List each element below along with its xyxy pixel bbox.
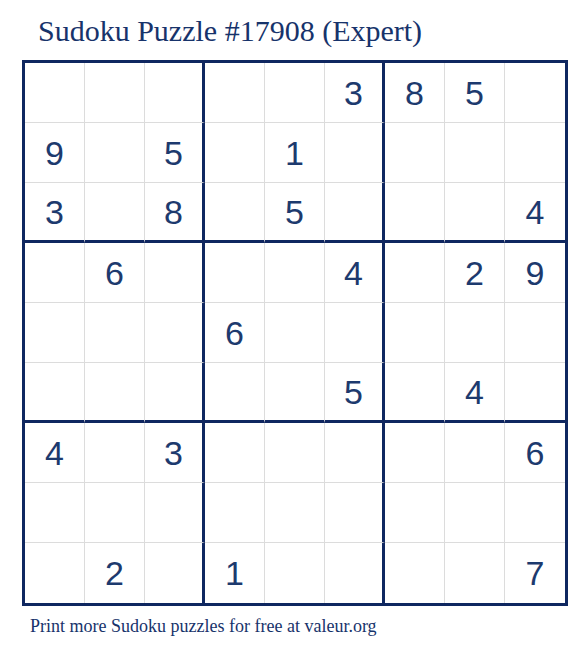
cell-r1c5 [265, 63, 325, 123]
cell-r1c3 [145, 63, 205, 123]
cell-r3c9: 4 [505, 183, 565, 243]
cell-r7c3: 3 [145, 423, 205, 483]
cell-r7c4 [205, 423, 265, 483]
cell-r7c9: 6 [505, 423, 565, 483]
cell-r4c9: 9 [505, 243, 565, 303]
cell-r9c6 [325, 543, 385, 603]
cell-r3c5: 5 [265, 183, 325, 243]
cell-r8c5 [265, 483, 325, 543]
cell-r1c4 [205, 63, 265, 123]
cell-r6c7 [385, 363, 445, 423]
cell-r9c8 [445, 543, 505, 603]
cell-r7c5 [265, 423, 325, 483]
cell-r9c5 [265, 543, 325, 603]
cell-r3c2 [85, 183, 145, 243]
cell-r5c9 [505, 303, 565, 363]
cell-r8c3 [145, 483, 205, 543]
cell-r6c5 [265, 363, 325, 423]
cell-r7c1: 4 [25, 423, 85, 483]
cell-r5c3 [145, 303, 205, 363]
footer-text: Print more Sudoku puzzles for free at va… [30, 616, 377, 637]
cell-r5c7 [385, 303, 445, 363]
cell-r1c8: 5 [445, 63, 505, 123]
cell-r1c2 [85, 63, 145, 123]
cell-r5c6 [325, 303, 385, 363]
cell-r9c3 [145, 543, 205, 603]
cell-r6c9 [505, 363, 565, 423]
cell-r8c8 [445, 483, 505, 543]
cell-r7c8 [445, 423, 505, 483]
cell-r3c7 [385, 183, 445, 243]
cell-r8c2 [85, 483, 145, 543]
cell-r8c4 [205, 483, 265, 543]
cell-r1c1 [25, 63, 85, 123]
cell-r4c6: 4 [325, 243, 385, 303]
cell-r4c2: 6 [85, 243, 145, 303]
cell-r6c2 [85, 363, 145, 423]
cell-r6c3 [145, 363, 205, 423]
sudoku-printable-page: Sudoku Puzzle #17908 (Expert) 3859513854… [0, 0, 580, 651]
cell-r4c4 [205, 243, 265, 303]
cell-r9c9: 7 [505, 543, 565, 603]
cell-r6c1 [25, 363, 85, 423]
cell-r2c5: 1 [265, 123, 325, 183]
cell-r2c7 [385, 123, 445, 183]
sudoku-grid: 38595138546429654436217 [22, 60, 568, 606]
cell-r2c4 [205, 123, 265, 183]
cell-r8c7 [385, 483, 445, 543]
cell-r3c1: 3 [25, 183, 85, 243]
cell-r8c1 [25, 483, 85, 543]
cell-r4c7 [385, 243, 445, 303]
cell-r1c9 [505, 63, 565, 123]
cell-r5c4: 6 [205, 303, 265, 363]
page-title: Sudoku Puzzle #17908 (Expert) [38, 14, 422, 48]
cell-r2c6 [325, 123, 385, 183]
cell-r4c1 [25, 243, 85, 303]
cell-r1c6: 3 [325, 63, 385, 123]
cell-r2c3: 5 [145, 123, 205, 183]
cell-r9c1 [25, 543, 85, 603]
cell-r1c7: 8 [385, 63, 445, 123]
cell-r7c2 [85, 423, 145, 483]
cell-r6c6: 5 [325, 363, 385, 423]
cell-r3c6 [325, 183, 385, 243]
cell-r5c8 [445, 303, 505, 363]
cell-r8c9 [505, 483, 565, 543]
cell-r3c3: 8 [145, 183, 205, 243]
cell-r2c8 [445, 123, 505, 183]
cell-r9c7 [385, 543, 445, 603]
cell-r4c8: 2 [445, 243, 505, 303]
cell-r3c8 [445, 183, 505, 243]
cell-r5c5 [265, 303, 325, 363]
cell-r9c2: 2 [85, 543, 145, 603]
cell-r6c4 [205, 363, 265, 423]
cell-r3c4 [205, 183, 265, 243]
cell-r9c4: 1 [205, 543, 265, 603]
cell-r5c2 [85, 303, 145, 363]
cell-r8c6 [325, 483, 385, 543]
cell-r2c2 [85, 123, 145, 183]
cell-r4c5 [265, 243, 325, 303]
cell-r2c9 [505, 123, 565, 183]
cell-r2c1: 9 [25, 123, 85, 183]
cell-r4c3 [145, 243, 205, 303]
cell-r5c1 [25, 303, 85, 363]
cell-r6c8: 4 [445, 363, 505, 423]
cell-r7c7 [385, 423, 445, 483]
cell-r7c6 [325, 423, 385, 483]
